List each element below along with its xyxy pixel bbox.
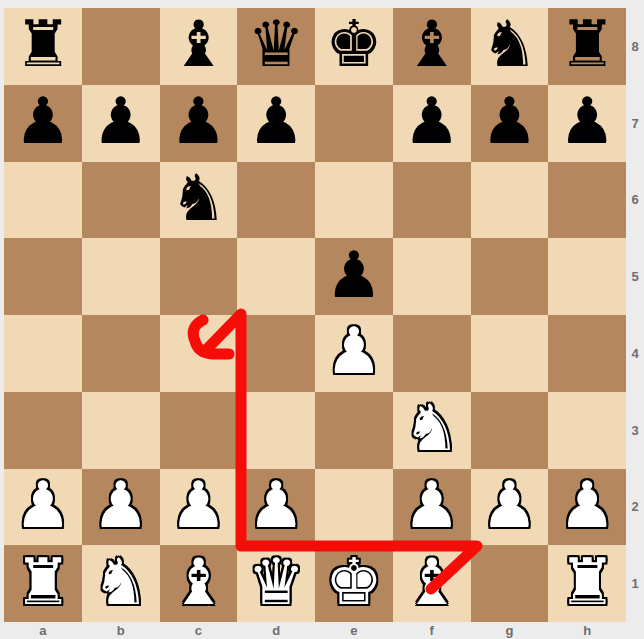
square-c3[interactable] <box>160 392 238 469</box>
square-d4[interactable] <box>237 315 315 392</box>
square-f4[interactable] <box>393 315 471 392</box>
square-b4[interactable] <box>82 315 160 392</box>
square-f2[interactable]: ♟ <box>393 469 471 546</box>
rank-label-7: 7 <box>626 85 644 162</box>
square-g1[interactable] <box>471 545 549 622</box>
square-d5[interactable] <box>237 238 315 315</box>
piece-black-bishop-c8[interactable]: ♝ <box>170 12 227 76</box>
square-f3[interactable]: ♞ <box>393 392 471 469</box>
square-e4[interactable]: ♟ <box>315 315 393 392</box>
square-e1[interactable]: ♚ <box>315 545 393 622</box>
square-a1[interactable]: ♜ <box>4 545 82 622</box>
square-h7[interactable]: ♟ <box>548 85 626 162</box>
square-b6[interactable] <box>82 162 160 239</box>
square-g2[interactable]: ♟ <box>471 469 549 546</box>
square-g5[interactable] <box>471 238 549 315</box>
piece-black-pawn-g7[interactable]: ♟ <box>481 89 538 153</box>
square-a8[interactable]: ♜ <box>4 8 82 85</box>
file-coordinates: abcdefgh <box>4 622 626 639</box>
piece-white-pawn-h2[interactable]: ♟ <box>558 473 615 537</box>
rank-label-2: 2 <box>626 469 644 546</box>
square-a5[interactable] <box>4 238 82 315</box>
square-d2[interactable]: ♟ <box>237 469 315 546</box>
square-c8[interactable]: ♝ <box>160 8 238 85</box>
square-d1[interactable]: ♛ <box>237 545 315 622</box>
square-c6[interactable]: ♞ <box>160 162 238 239</box>
square-e5[interactable]: ♟ <box>315 238 393 315</box>
piece-black-knight-c6[interactable]: ♞ <box>170 166 227 230</box>
square-e6[interactable] <box>315 162 393 239</box>
square-f1[interactable]: ♝ <box>393 545 471 622</box>
rank-label-1: 1 <box>626 545 644 622</box>
piece-white-queen-d1[interactable]: ♛ <box>247 550 304 614</box>
square-a2[interactable]: ♟ <box>4 469 82 546</box>
square-f6[interactable] <box>393 162 471 239</box>
rank-label-3: 3 <box>626 392 644 469</box>
piece-black-pawn-f7[interactable]: ♟ <box>403 89 460 153</box>
square-b7[interactable]: ♟ <box>82 85 160 162</box>
square-c4[interactable] <box>160 315 238 392</box>
piece-white-bishop-c1[interactable]: ♝ <box>170 550 227 614</box>
square-e3[interactable] <box>315 392 393 469</box>
file-label-c: c <box>160 622 238 639</box>
piece-white-pawn-f2[interactable]: ♟ <box>403 473 460 537</box>
square-e2[interactable] <box>315 469 393 546</box>
rank-label-5: 5 <box>626 238 644 315</box>
square-a3[interactable] <box>4 392 82 469</box>
file-label-b: b <box>82 622 160 639</box>
piece-black-pawn-h7[interactable]: ♟ <box>558 89 615 153</box>
square-d3[interactable] <box>237 392 315 469</box>
file-label-g: g <box>471 622 549 639</box>
square-g3[interactable] <box>471 392 549 469</box>
square-d6[interactable] <box>237 162 315 239</box>
square-e7[interactable] <box>315 85 393 162</box>
square-g4[interactable] <box>471 315 549 392</box>
piece-black-pawn-b7[interactable]: ♟ <box>92 89 149 153</box>
piece-black-knight-g8[interactable]: ♞ <box>481 12 538 76</box>
file-label-d: d <box>237 622 315 639</box>
rank-label-6: 6 <box>626 162 644 239</box>
square-b1[interactable]: ♞ <box>82 545 160 622</box>
file-label-f: f <box>393 622 471 639</box>
square-h6[interactable] <box>548 162 626 239</box>
square-h4[interactable] <box>548 315 626 392</box>
square-a6[interactable] <box>4 162 82 239</box>
square-d8[interactable]: ♛ <box>237 8 315 85</box>
square-h8[interactable]: ♜ <box>548 8 626 85</box>
square-e8[interactable]: ♚ <box>315 8 393 85</box>
piece-white-pawn-d2[interactable]: ♟ <box>247 473 304 537</box>
piece-white-pawn-b2[interactable]: ♟ <box>92 473 149 537</box>
piece-black-pawn-d7[interactable]: ♟ <box>247 89 304 153</box>
piece-white-king-e1[interactable]: ♚ <box>325 550 382 614</box>
square-a4[interactable] <box>4 315 82 392</box>
piece-white-bishop-f1[interactable]: ♝ <box>403 550 460 614</box>
file-label-e: e <box>315 622 393 639</box>
rank-coordinates: 87654321 <box>626 8 644 622</box>
square-f8[interactable]: ♝ <box>393 8 471 85</box>
square-b8[interactable] <box>82 8 160 85</box>
piece-black-bishop-f8[interactable]: ♝ <box>403 12 460 76</box>
piece-white-pawn-a2[interactable]: ♟ <box>14 473 71 537</box>
file-label-a: a <box>4 622 82 639</box>
piece-black-queen-d8[interactable]: ♛ <box>247 12 304 76</box>
square-h1[interactable]: ♜ <box>548 545 626 622</box>
piece-black-rook-a8[interactable]: ♜ <box>14 12 71 76</box>
square-g6[interactable] <box>471 162 549 239</box>
square-b2[interactable]: ♟ <box>82 469 160 546</box>
piece-black-rook-h8[interactable]: ♜ <box>558 12 615 76</box>
square-c1[interactable]: ♝ <box>160 545 238 622</box>
square-g8[interactable]: ♞ <box>471 8 549 85</box>
piece-black-pawn-a7[interactable]: ♟ <box>14 89 71 153</box>
square-c5[interactable] <box>160 238 238 315</box>
rank-label-4: 4 <box>626 315 644 392</box>
square-g7[interactable]: ♟ <box>471 85 549 162</box>
square-d7[interactable]: ♟ <box>237 85 315 162</box>
file-label-h: h <box>548 622 626 639</box>
piece-black-pawn-e5[interactable]: ♟ <box>325 243 382 307</box>
piece-white-pawn-c2[interactable]: ♟ <box>170 473 227 537</box>
square-b3[interactable] <box>82 392 160 469</box>
piece-white-pawn-e4[interactable]: ♟ <box>325 319 382 383</box>
square-f7[interactable]: ♟ <box>393 85 471 162</box>
rank-label-8: 8 <box>626 8 644 85</box>
piece-white-knight-b1[interactable]: ♞ <box>92 550 149 614</box>
square-b5[interactable] <box>82 238 160 315</box>
piece-white-pawn-g2[interactable]: ♟ <box>481 473 538 537</box>
square-c2[interactable]: ♟ <box>160 469 238 546</box>
square-a7[interactable]: ♟ <box>4 85 82 162</box>
square-f5[interactable] <box>393 238 471 315</box>
piece-white-rook-h1[interactable]: ♜ <box>558 550 615 614</box>
piece-black-pawn-c7[interactable]: ♟ <box>170 89 227 153</box>
square-h5[interactable] <box>548 238 626 315</box>
square-c7[interactable]: ♟ <box>160 85 238 162</box>
piece-white-rook-a1[interactable]: ♜ <box>14 550 71 614</box>
piece-black-king-e8[interactable]: ♚ <box>325 12 382 76</box>
square-h2[interactable]: ♟ <box>548 469 626 546</box>
piece-white-knight-f3[interactable]: ♞ <box>403 396 460 460</box>
square-h3[interactable] <box>548 392 626 469</box>
chess-board: ♜♝♛♚♝♞♜♟♟♟♟♟♟♟♞♟♟♞♟♟♟♟♟♟♟♜♞♝♛♚♝♜ <box>4 8 626 622</box>
